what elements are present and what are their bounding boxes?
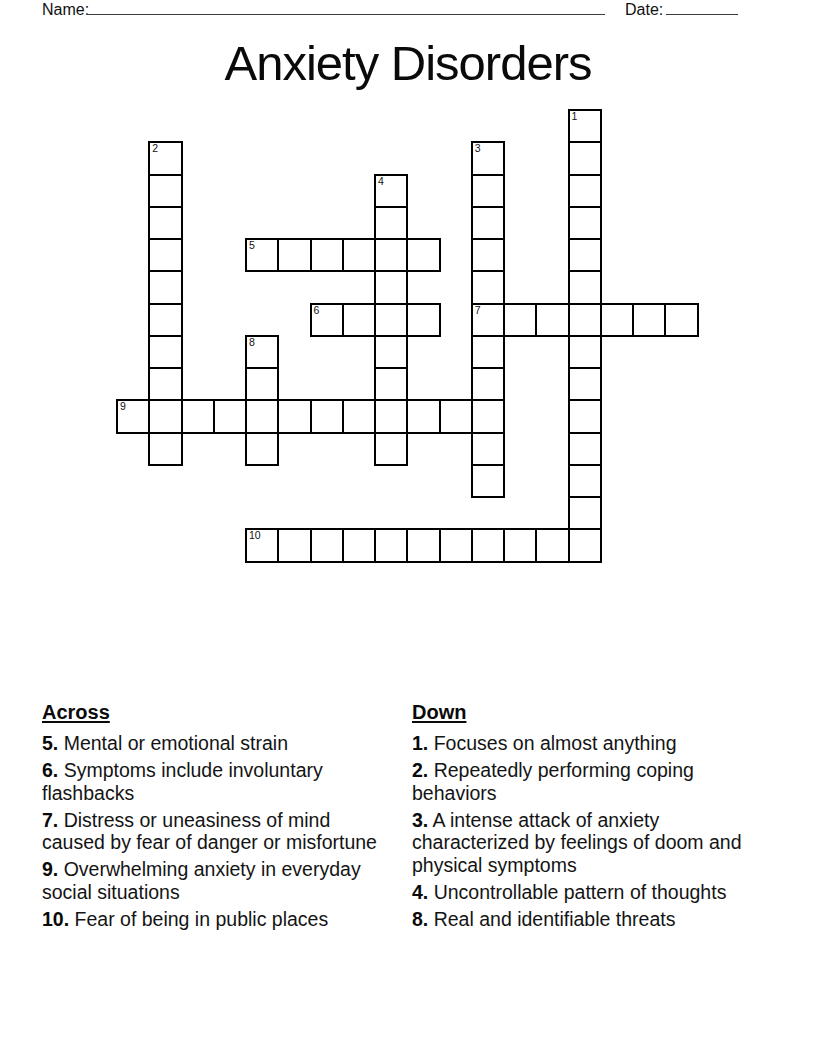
clue-number-8: 8 (249, 337, 255, 348)
grid-cell-r11c11[interactable] (471, 464, 505, 498)
grid-cell-r8c8[interactable] (374, 367, 408, 401)
grid-cell-r13c10[interactable] (439, 528, 473, 562)
grid-cell-r6c1[interactable] (148, 303, 182, 337)
grid-cell-r9c8[interactable] (374, 399, 408, 433)
grid-cell-r13c8[interactable] (374, 528, 408, 562)
grid-cell-r6c17[interactable] (664, 303, 698, 337)
grid-cell-r2c1[interactable] (148, 174, 182, 208)
clue-number-7: 7 (475, 305, 481, 316)
grid-cell-r13c9[interactable] (406, 528, 440, 562)
grid-cell-r5c8[interactable] (374, 270, 408, 304)
clue-text: Distress or uneasiness of mind caused by… (42, 809, 377, 854)
name-label: Name: (42, 1, 89, 19)
name-input-line[interactable] (88, 0, 605, 15)
grid-cell-r9c3[interactable] (213, 399, 247, 433)
down-clues-column: Down 1. Focuses on almost anything 2. Re… (412, 701, 768, 935)
grid-cell-r9c7[interactable] (342, 399, 376, 433)
date-input-line[interactable] (666, 0, 738, 15)
clue-down-3: 3. A intense attack of anxiety character… (412, 809, 768, 877)
clue-number-label: 10. (42, 908, 69, 930)
grid-cell-r4c9[interactable] (406, 238, 440, 272)
clue-text: Symptoms include involuntary flashbacks (42, 759, 323, 804)
clue-number-label: 9. (42, 858, 58, 880)
grid-cell-r2c14[interactable] (568, 174, 602, 208)
clue-down-8: 8. Real and identifiable threats (412, 908, 768, 931)
grid-cell-r0c14[interactable]: 1 (568, 109, 602, 143)
clue-across-9: 9. Overwhelming anxiety in everyday soci… (42, 858, 394, 903)
grid-cell-r9c14[interactable] (568, 399, 602, 433)
clue-text: Focuses on almost anything (434, 732, 677, 754)
date-label: Date: (625, 1, 663, 19)
grid-cell-r9c5[interactable] (277, 399, 311, 433)
clue-text: Fear of being in public places (75, 908, 329, 930)
across-clues-column: Across 5. Mental or emotional strain 6. … (42, 701, 394, 935)
grid-cell-r13c4[interactable]: 10 (245, 528, 279, 562)
grid-cell-r8c11[interactable] (471, 367, 505, 401)
grid-cell-r3c14[interactable] (568, 206, 602, 240)
grid-cell-r13c6[interactable] (310, 528, 344, 562)
grid-cell-r6c6[interactable]: 6 (310, 303, 344, 337)
down-heading: Down (412, 701, 768, 724)
clue-number-6: 6 (314, 305, 320, 316)
clue-number-label: 3. (412, 809, 428, 831)
grid-cell-r4c14[interactable] (568, 238, 602, 272)
clue-number-label: 8. (412, 908, 428, 930)
grid-cell-r4c11[interactable] (471, 238, 505, 272)
crossword-worksheet: Name: Date: Anxiety Disorders 1234567891… (0, 0, 816, 1056)
grid-cell-r10c14[interactable] (568, 432, 602, 466)
clue-number-1: 1 (572, 111, 578, 122)
grid-cell-r6c9[interactable] (406, 303, 440, 337)
grid-cell-r13c5[interactable] (277, 528, 311, 562)
grid-cell-r5c1[interactable] (148, 270, 182, 304)
grid-cell-r10c8[interactable] (374, 432, 408, 466)
clue-down-1: 1. Focuses on almost anything (412, 732, 768, 755)
grid-cell-r9c6[interactable] (310, 399, 344, 433)
grid-cell-r5c14[interactable] (568, 270, 602, 304)
grid-cell-r6c15[interactable] (600, 303, 634, 337)
grid-cell-r4c5[interactable] (277, 238, 311, 272)
grid-cell-r6c14[interactable] (568, 303, 602, 337)
grid-cell-r8c14[interactable] (568, 367, 602, 401)
clue-text: Uncontrollable pattern of thoughts (434, 881, 727, 903)
grid-cell-r1c11[interactable]: 3 (471, 141, 505, 175)
grid-cell-r13c13[interactable] (535, 528, 569, 562)
clue-across-5: 5. Mental or emotional strain (42, 732, 394, 755)
clue-text: Overwhelming anxiety in everyday social … (42, 858, 361, 903)
grid-cell-r4c6[interactable] (310, 238, 344, 272)
grid-cell-r13c7[interactable] (342, 528, 376, 562)
grid-cell-r7c8[interactable] (374, 335, 408, 369)
grid-cell-r9c1[interactable] (148, 399, 182, 433)
grid-cell-r6c8[interactable] (374, 303, 408, 337)
grid-cell-r10c1[interactable] (148, 432, 182, 466)
clue-across-6: 6. Symptoms include involuntary flashbac… (42, 759, 394, 804)
grid-cell-r6c12[interactable] (503, 303, 537, 337)
grid-cell-r3c8[interactable] (374, 206, 408, 240)
grid-cell-r7c1[interactable] (148, 335, 182, 369)
grid-cell-r7c14[interactable] (568, 335, 602, 369)
clue-text: Mental or emotional strain (64, 732, 288, 754)
grid-cell-r4c8[interactable] (374, 238, 408, 272)
clue-number-4: 4 (378, 176, 384, 187)
grid-cell-r12c14[interactable] (568, 496, 602, 530)
clue-number-label: 6. (42, 759, 58, 781)
clue-down-4: 4. Uncontrollable pattern of thoughts (412, 881, 768, 904)
clue-number-label: 4. (412, 881, 428, 903)
grid-cell-r8c1[interactable] (148, 367, 182, 401)
grid-cell-r9c9[interactable] (406, 399, 440, 433)
grid-cell-r11c14[interactable] (568, 464, 602, 498)
grid-cell-r9c4[interactable] (245, 399, 279, 433)
grid-cell-r1c1[interactable]: 2 (148, 141, 182, 175)
clue-down-2: 2. Repeatedly performing coping behavior… (412, 759, 768, 804)
clue-number-3: 3 (475, 143, 481, 154)
clue-number-label: 5. (42, 732, 58, 754)
grid-cell-r10c4[interactable] (245, 432, 279, 466)
grid-cell-r9c11[interactable] (471, 399, 505, 433)
clue-across-10: 10. Fear of being in public places (42, 908, 394, 931)
puzzle-title: Anxiety Disorders (0, 36, 816, 91)
grid-cell-r6c16[interactable] (632, 303, 666, 337)
clue-number-2: 2 (152, 143, 158, 154)
grid-cell-r2c8[interactable]: 4 (374, 174, 408, 208)
grid-cell-r9c0[interactable]: 9 (116, 399, 150, 433)
grid-cell-r7c4[interactable]: 8 (245, 335, 279, 369)
across-heading: Across (42, 701, 394, 724)
grid-cell-r4c7[interactable] (342, 238, 376, 272)
clue-number-10: 10 (249, 530, 261, 541)
clue-text: Real and identifiable threats (434, 908, 676, 930)
grid-cell-r13c11[interactable] (471, 528, 505, 562)
clue-number-label: 1. (412, 732, 428, 754)
grid-cell-r3c11[interactable] (471, 206, 505, 240)
grid-cell-r13c14[interactable] (568, 528, 602, 562)
grid-cell-r9c2[interactable] (181, 399, 215, 433)
clue-text: Repeatedly performing coping behaviors (412, 759, 694, 804)
grid-cell-r2c11[interactable] (471, 174, 505, 208)
grid-cell-r9c10[interactable] (439, 399, 473, 433)
clue-number-9: 9 (120, 401, 126, 412)
clue-text: A intense attack of anxiety characterize… (412, 809, 742, 876)
grid-cell-r6c11[interactable]: 7 (471, 303, 505, 337)
grid-cell-r4c4[interactable]: 5 (245, 238, 279, 272)
grid-cell-r5c11[interactable] (471, 270, 505, 304)
grid-cell-r4c1[interactable] (148, 238, 182, 272)
grid-cell-r7c11[interactable] (471, 335, 505, 369)
grid-cell-r8c4[interactable] (245, 367, 279, 401)
grid-cell-r13c12[interactable] (503, 528, 537, 562)
clue-across-7: 7. Distress or uneasiness of mind caused… (42, 809, 394, 854)
clue-number-label: 7. (42, 809, 58, 831)
grid-cell-r10c11[interactable] (471, 432, 505, 466)
grid-cell-r6c13[interactable] (535, 303, 569, 337)
grid-cell-r3c1[interactable] (148, 206, 182, 240)
clue-number-5: 5 (249, 240, 255, 251)
grid-cell-r1c14[interactable] (568, 141, 602, 175)
grid-cell-r6c7[interactable] (342, 303, 376, 337)
clue-number-label: 2. (412, 759, 428, 781)
